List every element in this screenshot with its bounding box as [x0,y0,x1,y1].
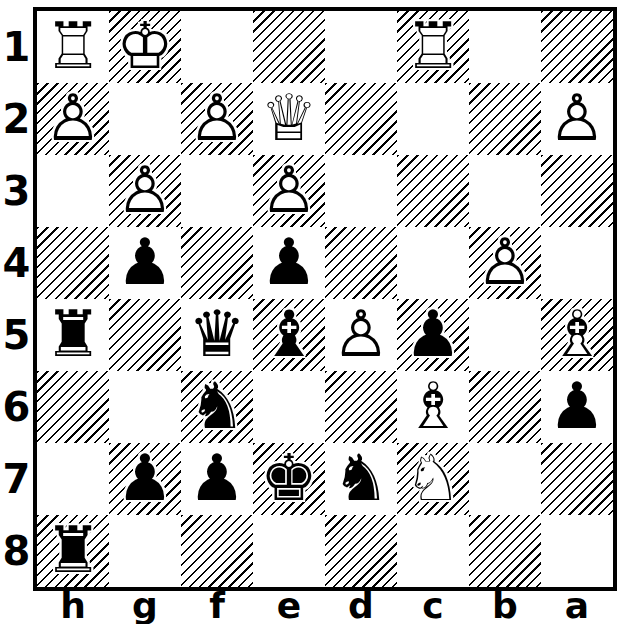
square-d3[interactable] [325,155,397,227]
black-pawn-halo: ♟ [253,227,325,299]
white-rook-halo: ♜ [397,11,469,83]
square-b4[interactable]: ♟♙ [469,227,541,299]
square-e7[interactable]: ♚♚ [253,443,325,515]
rank-label-5: 5 [0,299,33,371]
square-b6[interactable] [469,371,541,443]
file-label-h: h [37,591,109,624]
black-pawn-halo: ♟ [109,443,181,515]
black-rook-halo: ♜ [37,515,109,587]
rank-labels: 12345678 [0,11,33,587]
square-a1[interactable] [541,11,613,83]
white-king-halo: ♚ [109,11,181,83]
square-d4[interactable] [325,227,397,299]
square-g6[interactable] [109,371,181,443]
square-c7[interactable]: ♞♘ [397,443,469,515]
square-f4[interactable] [181,227,253,299]
black-pawn: ♟ [181,443,253,515]
square-c6[interactable]: ♝♗ [397,371,469,443]
white-pawn: ♙ [253,155,325,227]
square-a3[interactable] [541,155,613,227]
black-queen: ♛ [181,299,253,371]
square-f7[interactable]: ♟♟ [181,443,253,515]
square-g7[interactable]: ♟♟ [109,443,181,515]
rank-label-6: 6 [0,371,33,443]
file-labels: hgfedcba [37,591,613,624]
rank-label-1: 1 [0,11,33,83]
white-bishop-halo: ♝ [397,371,469,443]
black-pawn-halo: ♟ [541,371,613,443]
square-g5[interactable] [109,299,181,371]
white-pawn: ♙ [109,155,181,227]
square-d1[interactable] [325,11,397,83]
square-c5[interactable]: ♟♟ [397,299,469,371]
black-rook: ♜ [37,299,109,371]
black-pawn-halo: ♟ [397,299,469,371]
white-pawn-halo: ♟ [37,83,109,155]
white-rook: ♖ [397,11,469,83]
black-rook-halo: ♜ [37,299,109,371]
square-b1[interactable] [469,11,541,83]
square-f8[interactable] [181,515,253,587]
black-pawn: ♟ [397,299,469,371]
white-rook: ♖ [37,11,109,83]
square-c3[interactable] [397,155,469,227]
white-pawn-halo: ♟ [181,83,253,155]
black-knight-halo: ♞ [181,371,253,443]
black-queen-halo: ♛ [181,299,253,371]
square-h4[interactable] [37,227,109,299]
square-f1[interactable] [181,11,253,83]
square-f2[interactable]: ♟♙ [181,83,253,155]
file-label-d: d [325,591,397,624]
white-pawn: ♙ [541,83,613,155]
black-pawn: ♟ [541,371,613,443]
black-knight-halo: ♞ [325,443,397,515]
white-queen-halo: ♛ [253,83,325,155]
black-pawn-halo: ♟ [109,227,181,299]
square-b8[interactable] [469,515,541,587]
black-knight: ♞ [181,371,253,443]
square-g4[interactable]: ♟♟ [109,227,181,299]
square-f3[interactable] [181,155,253,227]
black-bishop-halo: ♝ [253,299,325,371]
white-queen: ♕ [253,83,325,155]
white-knight-halo: ♞ [397,443,469,515]
white-knight: ♘ [397,443,469,515]
square-g3[interactable]: ♟♙ [109,155,181,227]
file-label-g: g [109,591,181,624]
white-pawn: ♙ [181,83,253,155]
square-f6[interactable]: ♞♞ [181,371,253,443]
white-pawn: ♙ [325,299,397,371]
square-b2[interactable] [469,83,541,155]
square-a8[interactable] [541,515,613,587]
square-e5[interactable]: ♝♝ [253,299,325,371]
square-e1[interactable] [253,11,325,83]
rank-label-3: 3 [0,155,33,227]
square-a5[interactable]: ♝♗ [541,299,613,371]
file-label-c: c [397,591,469,624]
file-label-b: b [469,591,541,624]
white-pawn-halo: ♟ [325,299,397,371]
black-knight: ♞ [325,443,397,515]
white-pawn-halo: ♟ [469,227,541,299]
board-frame: ♜♖♚♔♜♖♟♙♟♙♛♕♟♙♟♙♟♙♟♟♟♟♟♙♜♜♛♛♝♝♟♙♟♟♝♗♞♞♝♗… [33,7,617,591]
square-d5[interactable]: ♟♙ [325,299,397,371]
square-h5[interactable]: ♜♜ [37,299,109,371]
white-pawn-halo: ♟ [109,155,181,227]
square-e2[interactable]: ♛♕ [253,83,325,155]
square-g1[interactable]: ♚♔ [109,11,181,83]
white-king: ♔ [109,11,181,83]
square-h6[interactable] [37,371,109,443]
black-pawn-halo: ♟ [181,443,253,515]
white-pawn: ♙ [37,83,109,155]
square-d7[interactable]: ♞♞ [325,443,397,515]
square-d8[interactable] [325,515,397,587]
square-d6[interactable] [325,371,397,443]
rank-label-4: 4 [0,227,33,299]
square-a7[interactable] [541,443,613,515]
square-c2[interactable] [397,83,469,155]
square-e3[interactable]: ♟♙ [253,155,325,227]
file-label-a: a [541,591,613,624]
square-h8[interactable]: ♜♜ [37,515,109,587]
rank-label-2: 2 [0,83,33,155]
square-c1[interactable]: ♜♖ [397,11,469,83]
square-h3[interactable] [37,155,109,227]
rank-label-8: 8 [0,515,33,587]
black-pawn: ♟ [253,227,325,299]
black-bishop: ♝ [253,299,325,371]
black-rook: ♜ [37,515,109,587]
square-e6[interactable] [253,371,325,443]
square-c4[interactable] [397,227,469,299]
white-bishop: ♗ [541,299,613,371]
white-pawn: ♙ [469,227,541,299]
white-pawn-halo: ♟ [253,155,325,227]
square-g2[interactable] [109,83,181,155]
black-pawn: ♟ [109,227,181,299]
board: ♜♖♚♔♜♖♟♙♟♙♛♕♟♙♟♙♟♙♟♟♟♟♟♙♜♜♛♛♝♝♟♙♟♟♝♗♞♞♝♗… [37,11,613,587]
square-e8[interactable] [253,515,325,587]
white-rook-halo: ♜ [37,11,109,83]
square-h1[interactable]: ♜♖ [37,11,109,83]
white-pawn-halo: ♟ [541,83,613,155]
square-b3[interactable] [469,155,541,227]
chess-diagram: 12345678 ♜♖♚♔♜♖♟♙♟♙♛♕♟♙♟♙♟♙♟♟♟♟♟♙♜♜♛♛♝♝♟… [0,0,624,624]
square-d2[interactable] [325,83,397,155]
square-h2[interactable]: ♟♙ [37,83,109,155]
square-h7[interactable] [37,443,109,515]
file-label-e: e [253,591,325,624]
square-e4[interactable]: ♟♟ [253,227,325,299]
rank-label-7: 7 [0,443,33,515]
square-a2[interactable]: ♟♙ [541,83,613,155]
white-bishop-halo: ♝ [541,299,613,371]
black-pawn: ♟ [109,443,181,515]
square-a4[interactable] [541,227,613,299]
square-g8[interactable] [109,515,181,587]
white-bishop: ♗ [397,371,469,443]
square-f5[interactable]: ♛♛ [181,299,253,371]
black-king: ♚ [253,443,325,515]
square-b5[interactable] [469,299,541,371]
black-king-halo: ♚ [253,443,325,515]
square-b7[interactable] [469,443,541,515]
square-a6[interactable]: ♟♟ [541,371,613,443]
file-label-f: f [181,591,253,624]
square-c8[interactable] [397,515,469,587]
